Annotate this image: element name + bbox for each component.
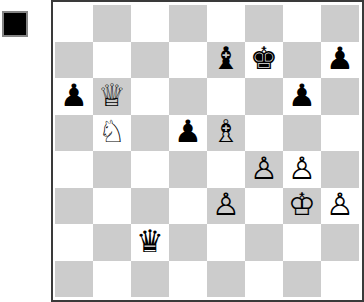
square-f4[interactable]: ♙ bbox=[245, 151, 283, 188]
piece-white-knight: ♘ bbox=[98, 116, 126, 147]
square-a8[interactable] bbox=[55, 5, 93, 42]
piece-black-pawn: ♟ bbox=[60, 80, 88, 111]
square-h6[interactable] bbox=[321, 78, 359, 115]
square-a3[interactable] bbox=[55, 188, 93, 225]
square-a7[interactable] bbox=[55, 42, 93, 79]
piece-white-pawn: ♙ bbox=[212, 189, 240, 220]
square-b2[interactable] bbox=[93, 224, 131, 261]
square-f6[interactable] bbox=[245, 78, 283, 115]
piece-black-bishop: ♝ bbox=[212, 43, 240, 74]
square-c4[interactable] bbox=[131, 151, 169, 188]
square-d1[interactable] bbox=[169, 261, 207, 298]
board-frame: ♝♚♟♟♕♟♘♟♗♙♙♙♔♙♛ bbox=[51, 0, 364, 302]
square-b6[interactable]: ♕ bbox=[93, 78, 131, 115]
square-a5[interactable] bbox=[55, 115, 93, 152]
piece-black-pawn: ♟ bbox=[326, 43, 354, 74]
piece-white-pawn: ♙ bbox=[326, 189, 354, 220]
square-d2[interactable] bbox=[169, 224, 207, 261]
square-a6[interactable]: ♟ bbox=[55, 78, 93, 115]
square-h1[interactable] bbox=[321, 261, 359, 298]
square-f2[interactable] bbox=[245, 224, 283, 261]
piece-white-pawn: ♙ bbox=[250, 153, 278, 184]
square-c8[interactable] bbox=[131, 5, 169, 42]
square-e3[interactable]: ♙ bbox=[207, 188, 245, 225]
square-b8[interactable] bbox=[93, 5, 131, 42]
square-g7[interactable] bbox=[283, 42, 321, 79]
square-d5[interactable]: ♟ bbox=[169, 115, 207, 152]
square-e2[interactable] bbox=[207, 224, 245, 261]
square-d4[interactable] bbox=[169, 151, 207, 188]
square-g8[interactable] bbox=[283, 5, 321, 42]
piece-white-queen: ♕ bbox=[98, 80, 126, 111]
square-h4[interactable] bbox=[321, 151, 359, 188]
square-e4[interactable] bbox=[207, 151, 245, 188]
square-f5[interactable] bbox=[245, 115, 283, 152]
square-b1[interactable] bbox=[93, 261, 131, 298]
piece-black-pawn: ♟ bbox=[288, 80, 316, 111]
piece-white-pawn: ♙ bbox=[288, 153, 316, 184]
square-c5[interactable] bbox=[131, 115, 169, 152]
square-a2[interactable] bbox=[55, 224, 93, 261]
square-h5[interactable] bbox=[321, 115, 359, 152]
square-h7[interactable]: ♟ bbox=[321, 42, 359, 79]
square-g2[interactable] bbox=[283, 224, 321, 261]
square-c2[interactable]: ♛ bbox=[131, 224, 169, 261]
square-g6[interactable]: ♟ bbox=[283, 78, 321, 115]
square-b5[interactable]: ♘ bbox=[93, 115, 131, 152]
square-b3[interactable] bbox=[93, 188, 131, 225]
black-to-move-indicator bbox=[2, 11, 28, 37]
square-d3[interactable] bbox=[169, 188, 207, 225]
square-b7[interactable] bbox=[93, 42, 131, 79]
piece-black-queen: ♛ bbox=[136, 226, 164, 257]
square-a4[interactable] bbox=[55, 151, 93, 188]
square-e5[interactable]: ♗ bbox=[207, 115, 245, 152]
square-g5[interactable] bbox=[283, 115, 321, 152]
square-c1[interactable] bbox=[131, 261, 169, 298]
square-h2[interactable] bbox=[321, 224, 359, 261]
square-f8[interactable] bbox=[245, 5, 283, 42]
square-e6[interactable] bbox=[207, 78, 245, 115]
square-e1[interactable] bbox=[207, 261, 245, 298]
chess-board: ♝♚♟♟♕♟♘♟♗♙♙♙♔♙♛ bbox=[55, 5, 359, 297]
piece-black-pawn: ♟ bbox=[174, 116, 202, 147]
square-d7[interactable] bbox=[169, 42, 207, 79]
square-a1[interactable] bbox=[55, 261, 93, 298]
square-e7[interactable]: ♝ bbox=[207, 42, 245, 79]
square-g4[interactable]: ♙ bbox=[283, 151, 321, 188]
square-d6[interactable] bbox=[169, 78, 207, 115]
square-c6[interactable] bbox=[131, 78, 169, 115]
square-d8[interactable] bbox=[169, 5, 207, 42]
piece-white-king: ♔ bbox=[288, 189, 316, 220]
square-f3[interactable] bbox=[245, 188, 283, 225]
square-h8[interactable] bbox=[321, 5, 359, 42]
square-c7[interactable] bbox=[131, 42, 169, 79]
square-f1[interactable] bbox=[245, 261, 283, 298]
square-c3[interactable] bbox=[131, 188, 169, 225]
square-h3[interactable]: ♙ bbox=[321, 188, 359, 225]
square-e8[interactable] bbox=[207, 5, 245, 42]
square-g1[interactable] bbox=[283, 261, 321, 298]
piece-black-king: ♚ bbox=[250, 43, 278, 74]
piece-white-bishop: ♗ bbox=[212, 116, 240, 147]
square-g3[interactable]: ♔ bbox=[283, 188, 321, 225]
chess-diagram-page: ♝♚♟♟♕♟♘♟♗♙♙♙♔♙♛ bbox=[0, 0, 364, 302]
square-b4[interactable] bbox=[93, 151, 131, 188]
square-f7[interactable]: ♚ bbox=[245, 42, 283, 79]
